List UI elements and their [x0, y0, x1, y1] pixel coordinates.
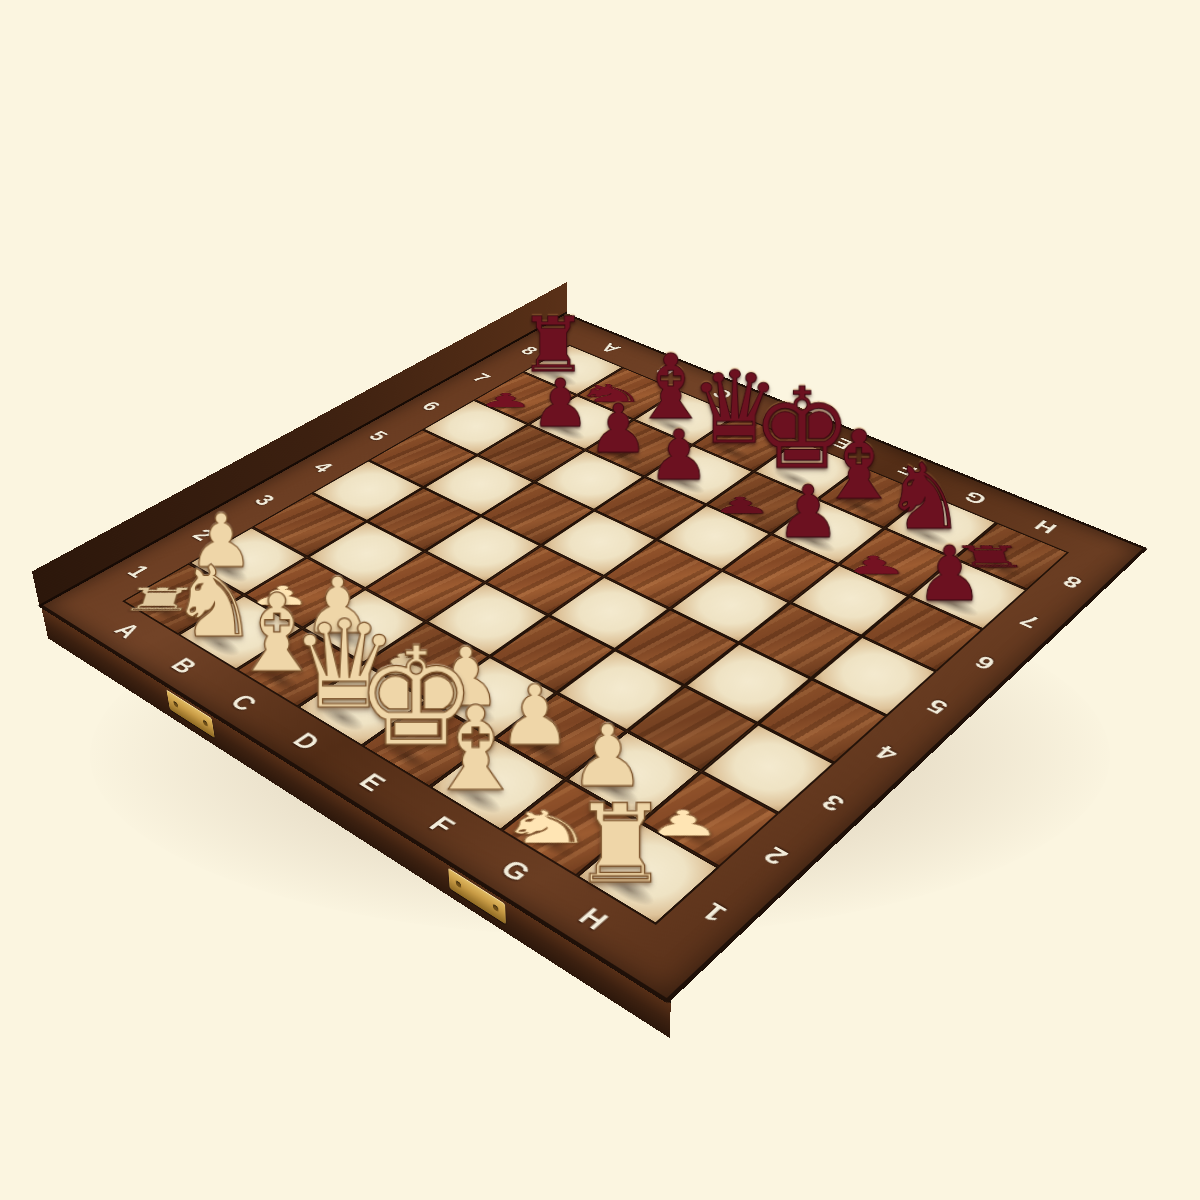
- right-rank-label-7-text: 7: [1015, 610, 1046, 631]
- right-rank-label-8: 8: [1028, 552, 1118, 611]
- bottom-file-label-e-text: E: [352, 769, 393, 797]
- piece-red-pawn-c7[interactable]: ♟: [588, 396, 649, 460]
- piece-red-pawn-d7[interactable]: ♟: [648, 422, 710, 488]
- right-rank-label-8-text: 8: [1058, 571, 1088, 591]
- left-rank-label-4-text: 4: [307, 459, 338, 476]
- piece-stand-h1: ♜: [572, 793, 671, 896]
- piece-stand-f1: ♝: [423, 694, 516, 805]
- right-rank-label-5-text: 5: [921, 694, 954, 718]
- piece-stand-f7: ♟: [769, 477, 847, 546]
- piece-white-rook-h1[interactable]: ♜: [572, 793, 669, 896]
- bottom-file-label-c-text: C: [224, 690, 265, 716]
- chess-set-scene: ABCDEFGH8♜♞♝♛♚♝♞♜87♟♟♟♟♟♟♟♟7665544332♟♟♟…: [210, 182, 990, 962]
- bottom-file-label-h-text: H: [572, 902, 617, 936]
- right-rank-label-3-text: 3: [815, 789, 851, 816]
- left-rank-label-6-text: 6: [417, 399, 446, 414]
- left-rank-label-7-text: 7: [467, 371, 495, 386]
- piece-red-pawn-f7[interactable]: ♟: [776, 477, 841, 546]
- bottom-file-label-d-text: D: [286, 728, 327, 755]
- top-file-label-a-text: A: [596, 340, 626, 355]
- right-rank-label-1-text: 1: [695, 896, 734, 927]
- top-file-label-h-text: H: [1030, 516, 1062, 536]
- bottom-file-label-a-text: A: [108, 619, 147, 642]
- piece-red-pawn-h7[interactable]: ♟: [916, 538, 984, 610]
- piece-stand-h7: ♟: [909, 538, 991, 610]
- bottom-file-label-g-text: G: [493, 855, 538, 888]
- piece-stand-d7: ♟: [642, 422, 717, 488]
- right-rank-label-4-text: 4: [870, 740, 904, 765]
- piece-white-bishop-f1[interactable]: ♝: [423, 694, 527, 805]
- piece-red-knight-g8[interactable]: ♞: [884, 453, 966, 540]
- piece-stand-e8: ♚: [752, 376, 827, 482]
- left-rank-label-5-text: 5: [363, 428, 393, 444]
- right-rank-label-2-text: 2: [757, 841, 795, 870]
- left-rank-label-1-text: 1: [121, 562, 156, 582]
- piece-stand-g8: ♞: [884, 453, 962, 540]
- bottom-file-label-b-text: B: [164, 654, 204, 679]
- right-rank-label-6-text: 6: [969, 651, 1001, 674]
- bottom-file-label-f-text: F: [422, 811, 462, 840]
- chess-board[interactable]: ABCDEFGH8♜♞♝♛♚♝♞♜87♟♟♟♟♟♟♟♟7665544332♟♟♟…: [37, 313, 1148, 1004]
- product-photo-canvas: { "game": "chess", "scene_description": …: [0, 0, 1200, 1200]
